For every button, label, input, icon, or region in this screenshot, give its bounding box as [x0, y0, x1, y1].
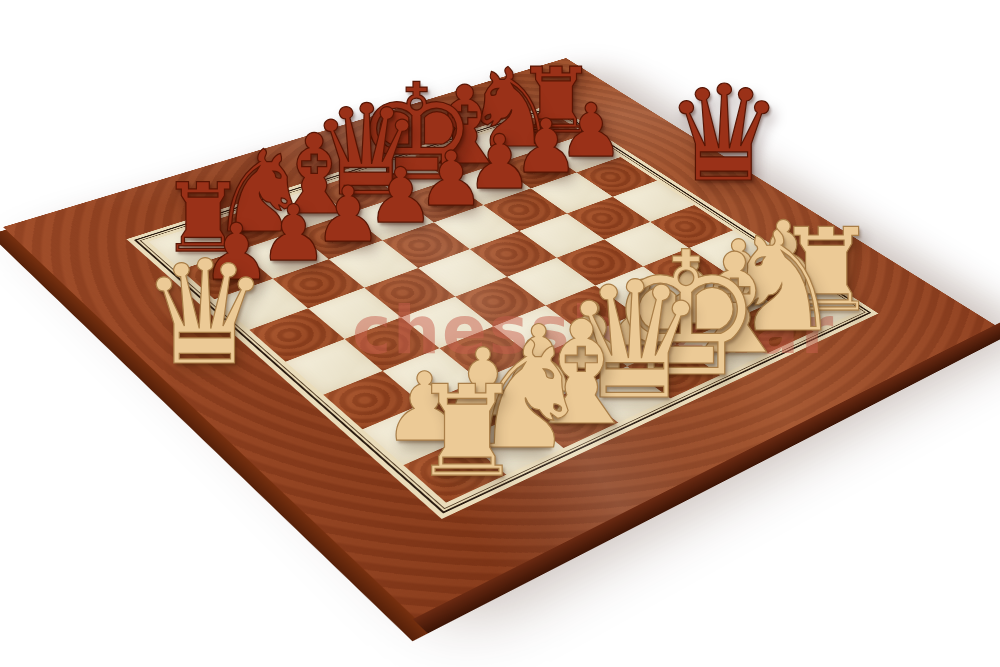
piece-white-queen: ♛	[140, 241, 269, 385]
pieces-layer: ♜♞♝♛♚♝♞♜♟♟♟♟♟♟♟♟♟♟♟♟♟♟♟♟♜♞♝♛♚♝♞♜♛♛	[0, 0, 1000, 667]
photo-stage: chessbazaar ♜♞♝♛♚♝♞♜♟♟♟♟♟♟♟♟♟♟♟♟♟♟♟♟♜♞♝♛…	[0, 0, 1000, 667]
piece-white-rook: ♜	[411, 370, 524, 496]
piece-red-queen: ♛	[665, 68, 784, 201]
